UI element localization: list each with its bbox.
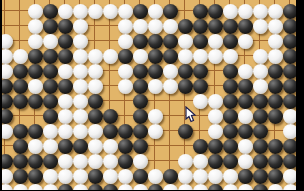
white-stone [28,139,43,154]
black-stone [148,49,163,64]
white-stone [253,4,268,19]
black-stone [103,184,118,191]
black-stone [133,79,148,94]
black-stone [178,64,193,79]
black-stone [73,139,88,154]
white-stone [28,34,43,49]
black-stone [253,169,268,184]
white-stone [28,19,43,34]
black-stone [238,19,253,34]
white-stone [58,169,73,184]
white-stone [103,169,118,184]
white-stone [43,124,58,139]
white-stone [58,109,73,124]
black-stone [58,79,73,94]
black-stone [193,64,208,79]
white-stone [28,79,43,94]
white-stone [73,19,88,34]
white-stone [133,184,148,191]
white-stone [73,169,88,184]
black-stone [223,34,238,49]
white-stone [118,34,133,49]
white-stone [238,34,253,49]
white-stone [28,184,43,191]
black-stone [58,34,73,49]
black-stone [88,109,103,124]
white-stone [133,154,148,169]
white-stone [223,4,238,19]
white-stone [148,79,163,94]
white-stone [118,4,133,19]
black-stone [268,64,283,79]
black-stone [13,94,28,109]
white-stone [73,79,88,94]
white-stone [163,19,178,34]
white-stone [103,4,118,19]
white-stone [193,184,208,191]
white-stone [73,49,88,64]
white-stone [223,49,238,64]
white-stone [133,49,148,64]
black-stone [178,79,193,94]
black-stone [13,79,28,94]
black-stone [253,109,268,124]
white-stone [118,79,133,94]
black-stone [118,139,133,154]
black-stone [28,169,43,184]
white-stone [163,64,178,79]
black-stone [43,49,58,64]
black-stone [253,94,268,109]
white-stone [148,124,163,139]
black-stone [133,124,148,139]
black-stone [223,109,238,124]
black-stone [133,109,148,124]
white-stone [43,34,58,49]
white-stone [208,94,223,109]
white-stone [88,124,103,139]
white-stone [268,184,283,191]
white-stone [103,154,118,169]
white-stone [208,49,223,64]
black-stone [28,124,43,139]
white-stone [73,184,88,191]
black-stone [163,34,178,49]
white-stone [148,109,163,124]
white-stone [238,184,253,191]
black-stone [238,169,253,184]
white-stone [88,139,103,154]
white-stone [193,169,208,184]
white-stone [133,19,148,34]
white-stone [208,109,223,124]
white-stone [73,109,88,124]
white-stone [103,49,118,64]
black-stone [163,4,178,19]
go-board[interactable] [0,0,304,190]
white-stone [253,19,268,34]
white-stone [13,49,28,64]
white-stone [148,19,163,34]
white-stone [223,184,238,191]
black-stone [133,64,148,79]
black-stone [193,4,208,19]
white-stone [28,4,43,19]
black-stone [268,139,283,154]
black-stone [223,64,238,79]
black-stone [223,79,238,94]
black-stone [43,154,58,169]
black-stone [28,94,43,109]
white-stone [88,154,103,169]
white-stone [88,79,103,94]
black-stone [88,94,103,109]
black-stone [223,124,238,139]
white-stone [238,4,253,19]
white-stone [268,4,283,19]
white-stone [208,34,223,49]
white-stone [178,49,193,64]
white-stone [73,64,88,79]
black-stone [268,154,283,169]
black-stone [43,64,58,79]
black-stone [163,169,178,184]
white-stone [73,124,88,139]
white-stone [178,169,193,184]
black-stone [148,34,163,49]
black-stone [268,109,283,124]
go-game-screenshot [0,0,304,190]
black-stone [28,64,43,79]
black-stone [133,139,148,154]
black-stone [208,19,223,34]
letterbox-bar-left [0,0,2,190]
black-stone [13,154,28,169]
white-stone [253,49,268,64]
white-stone [268,34,283,49]
black-stone [13,124,28,139]
white-stone [43,139,58,154]
black-stone [133,4,148,19]
mouse-cursor-icon [184,106,197,126]
white-stone [208,124,223,139]
black-stone [103,109,118,124]
black-stone [58,19,73,34]
black-stone [133,34,148,49]
black-stone [223,19,238,34]
black-stone [253,124,268,139]
white-stone [238,139,253,154]
white-stone [43,184,58,191]
white-stone [253,64,268,79]
black-stone [238,79,253,94]
black-stone [28,154,43,169]
black-stone [238,124,253,139]
black-stone [118,49,133,64]
black-stone [58,184,73,191]
black-stone [43,94,58,109]
white-stone [148,4,163,19]
white-stone [58,94,73,109]
black-stone [268,169,283,184]
white-stone [73,94,88,109]
white-stone [73,154,88,169]
black-stone [253,154,268,169]
white-stone [238,109,253,124]
black-stone [58,139,73,154]
black-stone [253,139,268,154]
white-stone [88,4,103,19]
white-stone [163,79,178,94]
white-stone [163,184,178,191]
black-stone [103,124,118,139]
white-stone [58,64,73,79]
black-stone [253,184,268,191]
black-stone [13,169,28,184]
white-stone [103,139,118,154]
white-stone [193,154,208,169]
white-stone [238,154,253,169]
white-stone [58,4,73,19]
white-stone [88,49,103,64]
black-stone [133,94,148,109]
white-stone [73,34,88,49]
black-stone [13,64,28,79]
black-stone [223,139,238,154]
white-stone [43,169,58,184]
white-stone [118,169,133,184]
black-stone [223,154,238,169]
white-stone [58,124,73,139]
letterbox-bar-right [296,0,304,190]
black-stone [28,49,43,64]
white-stone [88,64,103,79]
black-stone [118,154,133,169]
black-stone [193,79,208,94]
white-stone [208,169,223,184]
black-stone [43,109,58,124]
black-stone [88,169,103,184]
black-stone [193,139,208,154]
white-stone [73,4,88,19]
black-stone [268,79,283,94]
black-stone [133,169,148,184]
white-stone [238,64,253,79]
white-stone [148,169,163,184]
black-stone [58,49,73,64]
black-stone [43,19,58,34]
white-stone [223,169,238,184]
black-stone [223,94,238,109]
black-stone [163,49,178,64]
white-stone [178,154,193,169]
white-stone [268,49,283,64]
white-stone [178,184,193,191]
black-stone [208,154,223,169]
white-stone [193,49,208,64]
white-stone [118,19,133,34]
white-stone [118,184,133,191]
black-stone [193,19,208,34]
white-stone [13,184,28,191]
black-stone [43,4,58,19]
black-stone [178,19,193,34]
black-stone [268,94,283,109]
black-stone [13,139,28,154]
white-stone [58,154,73,169]
black-stone [148,184,163,191]
black-stone [208,4,223,19]
black-stone [88,184,103,191]
white-stone [253,79,268,94]
black-stone [193,34,208,49]
black-stone [148,64,163,79]
black-stone [208,184,223,191]
white-stone [268,19,283,34]
black-stone [238,94,253,109]
white-stone [178,34,193,49]
white-stone [118,64,133,79]
black-stone [43,79,58,94]
black-stone [208,139,223,154]
black-stone [118,124,133,139]
